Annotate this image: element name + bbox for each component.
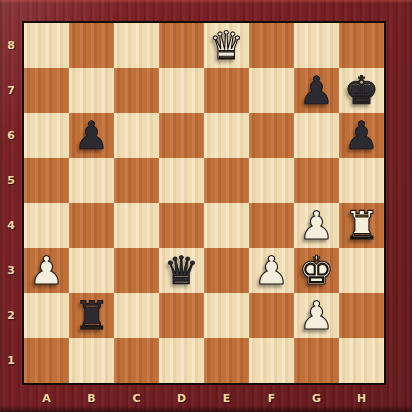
file-label-c: C [114,385,159,411]
square-g6[interactable] [294,113,339,158]
square-d5[interactable] [159,158,204,203]
square-a1[interactable] [24,338,69,383]
square-d3[interactable]: ♛ [159,248,204,293]
white-king[interactable]: ♚ [299,251,334,290]
square-b4[interactable] [69,203,114,248]
square-c4[interactable] [114,203,159,248]
square-d8[interactable] [159,23,204,68]
square-g7[interactable]: ♟ [294,68,339,113]
square-e7[interactable] [204,68,249,113]
file-label-a: A [24,385,69,411]
square-f8[interactable] [249,23,294,68]
square-a8[interactable] [24,23,69,68]
file-label-d: D [159,385,204,411]
square-a2[interactable] [24,293,69,338]
square-f2[interactable] [249,293,294,338]
rank-label-7: 7 [0,68,22,113]
square-g4[interactable]: ♟ [294,203,339,248]
square-a5[interactable] [24,158,69,203]
square-h8[interactable] [339,23,384,68]
square-b5[interactable] [69,158,114,203]
square-a7[interactable] [24,68,69,113]
square-h3[interactable] [339,248,384,293]
file-label-h: H [339,385,384,411]
rank-labels: 87654321 [0,23,22,383]
square-a6[interactable] [24,113,69,158]
white-rook[interactable]: ♜ [344,206,379,245]
square-d2[interactable] [159,293,204,338]
rank-label-1: 1 [0,338,22,383]
square-f3[interactable]: ♟ [249,248,294,293]
square-b3[interactable] [69,248,114,293]
square-g3[interactable]: ♚ [294,248,339,293]
rank-label-4: 4 [0,203,22,248]
square-d4[interactable] [159,203,204,248]
square-e2[interactable] [204,293,249,338]
square-b1[interactable] [69,338,114,383]
square-h7[interactable]: ♚ [339,68,384,113]
square-c3[interactable] [114,248,159,293]
white-pawn[interactable]: ♟ [299,206,334,245]
file-label-g: G [294,385,339,411]
square-e3[interactable] [204,248,249,293]
square-f6[interactable] [249,113,294,158]
white-pawn[interactable]: ♟ [254,251,289,290]
square-c6[interactable] [114,113,159,158]
square-e6[interactable] [204,113,249,158]
rank-label-2: 2 [0,293,22,338]
square-f7[interactable] [249,68,294,113]
square-g1[interactable] [294,338,339,383]
square-h5[interactable] [339,158,384,203]
square-f4[interactable] [249,203,294,248]
rank-label-3: 3 [0,248,22,293]
chess-board[interactable]: ♛♟♚♟♟♟♜♟♛♟♚♜♟ [22,21,386,385]
square-f1[interactable] [249,338,294,383]
square-a4[interactable] [24,203,69,248]
square-h1[interactable] [339,338,384,383]
file-labels: ABCDEFGH [24,385,384,411]
rank-label-8: 8 [0,23,22,68]
file-label-b: B [69,385,114,411]
square-f5[interactable] [249,158,294,203]
square-d1[interactable] [159,338,204,383]
chess-diagram: 87654321 ♛♟♚♟♟♟♜♟♛♟♚♜♟ ABCDEFGH [0,0,412,412]
file-label-e: E [204,385,249,411]
square-g2[interactable]: ♟ [294,293,339,338]
square-d7[interactable] [159,68,204,113]
square-b6[interactable]: ♟ [69,113,114,158]
square-h6[interactable]: ♟ [339,113,384,158]
square-c7[interactable] [114,68,159,113]
black-rook[interactable]: ♜ [74,296,109,335]
black-pawn[interactable]: ♟ [74,116,109,155]
black-king[interactable]: ♚ [344,71,379,110]
white-queen[interactable]: ♛ [209,26,244,65]
white-pawn[interactable]: ♟ [29,251,64,290]
square-g8[interactable] [294,23,339,68]
square-g5[interactable] [294,158,339,203]
square-b7[interactable] [69,68,114,113]
square-c5[interactable] [114,158,159,203]
square-e5[interactable] [204,158,249,203]
square-b8[interactable] [69,23,114,68]
square-c2[interactable] [114,293,159,338]
black-pawn[interactable]: ♟ [299,71,334,110]
rank-label-6: 6 [0,113,22,158]
square-e1[interactable] [204,338,249,383]
square-b2[interactable]: ♜ [69,293,114,338]
white-pawn[interactable]: ♟ [299,296,334,335]
square-d6[interactable] [159,113,204,158]
square-a3[interactable]: ♟ [24,248,69,293]
square-e4[interactable] [204,203,249,248]
file-label-f: F [249,385,294,411]
black-queen[interactable]: ♛ [164,251,199,290]
square-h4[interactable]: ♜ [339,203,384,248]
square-c8[interactable] [114,23,159,68]
square-e8[interactable]: ♛ [204,23,249,68]
rank-label-5: 5 [0,158,22,203]
black-pawn[interactable]: ♟ [344,116,379,155]
square-c1[interactable] [114,338,159,383]
square-h2[interactable] [339,293,384,338]
